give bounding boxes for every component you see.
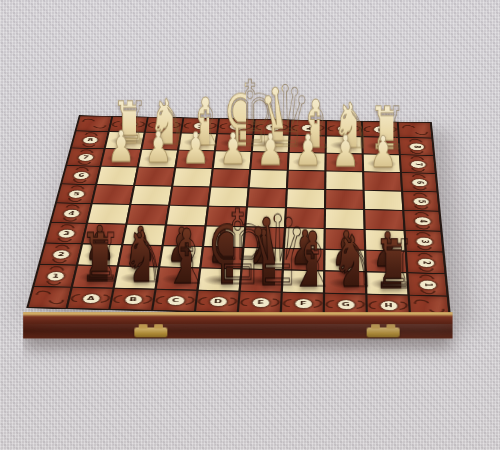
chess-board: ABCDEFGH8877665544332211ABCDEFGH♜♞♝♚♛♝♞♜… <box>26 115 451 318</box>
scroll-ornament <box>412 211 432 221</box>
coordinate-circle: E <box>251 297 270 308</box>
scroll-ornament <box>261 297 283 309</box>
scroll-ornament <box>417 284 439 296</box>
piece-white-pawn-f7: ♟ <box>294 129 319 172</box>
scroll-ornament <box>195 295 217 307</box>
rank-label-6-left: 6 <box>62 166 99 184</box>
scroll-ornament <box>63 203 83 213</box>
scroll-ornament <box>237 296 259 308</box>
piece-white-pawn-e7: ♟ <box>257 128 282 171</box>
scroll-ornament <box>49 254 69 265</box>
scroll-ornament <box>219 296 241 308</box>
square-f6 <box>288 171 325 189</box>
square-c5 <box>170 187 209 206</box>
coordinate-circle: 4 <box>62 209 81 218</box>
piece-white-pawn-b7: ♟ <box>145 126 170 169</box>
scroll-ornament <box>412 128 430 136</box>
coordinate-circle: F <box>294 298 313 309</box>
square-g5 <box>326 190 363 209</box>
coordinate-circle: F <box>300 124 316 132</box>
board-front-edge <box>23 312 452 338</box>
piece-black-king-d1: ♚ <box>205 196 233 299</box>
scroll-ornament <box>134 294 156 306</box>
coordinate-circle: D <box>208 296 228 307</box>
scroll-ornament <box>365 299 387 311</box>
rank-label-5-right: 5 <box>403 192 438 211</box>
scroll-ornament <box>58 223 78 233</box>
piece-black-queen-e1: ♛ <box>247 203 275 300</box>
file-label-e-near: E <box>239 292 281 313</box>
coordinate-circle: 3 <box>415 237 433 246</box>
rank-label-8-left: 8 <box>72 131 108 148</box>
square-g6 <box>326 172 362 190</box>
file-label-b-near: B <box>111 289 155 310</box>
scroll-ornament <box>322 298 344 310</box>
file-label-h-near: H <box>367 295 408 316</box>
rank-label-1-left: 1 <box>34 265 75 287</box>
scroll-ornament <box>60 213 80 223</box>
scroll-ornament <box>411 298 432 309</box>
scroll-ornament <box>91 293 113 305</box>
scroll-ornament <box>110 293 132 305</box>
square-a5 <box>93 185 133 204</box>
scroll-ornament <box>415 251 436 262</box>
coordinate-circle: 8 <box>408 143 425 151</box>
brass-hinge-left <box>135 327 168 337</box>
coordinate-circle: 6 <box>411 178 428 186</box>
scroll-ornament <box>416 262 437 273</box>
scroll-ornament <box>45 295 67 306</box>
coordinate-circle: G <box>337 125 353 133</box>
scroll-ornament <box>416 273 437 284</box>
border-corner-far-left <box>77 116 112 131</box>
coordinate-circle: 8 <box>82 136 100 144</box>
file-label-d-near: D <box>196 291 238 312</box>
piece-black-knight-b1: ♞ <box>121 222 149 293</box>
scroll-ornament <box>413 221 433 231</box>
scroll-ornament <box>304 298 326 310</box>
square-a6 <box>97 167 137 185</box>
rank-label-2-left: 2 <box>40 244 81 265</box>
coordinate-circle: 5 <box>412 197 430 206</box>
coordinate-circle: C <box>166 295 186 306</box>
coordinate-circle: 7 <box>77 153 95 161</box>
coordinate-circle: H <box>379 300 398 311</box>
piece-black-bishop-f1: ♝ <box>289 222 317 297</box>
square-e6 <box>250 170 287 188</box>
scroll-ornament <box>389 300 411 312</box>
scroll-ornament <box>55 233 75 244</box>
rank-label-7-right: 7 <box>401 155 435 173</box>
scroll-ornament <box>414 241 435 252</box>
rank-label-7-left: 7 <box>67 148 103 165</box>
scroll-ornament <box>280 297 302 309</box>
coordinate-circle: 4 <box>414 216 432 225</box>
scroll-ornament <box>346 299 368 311</box>
coordinate-circle: 2 <box>417 258 436 268</box>
square-h5 <box>365 191 403 210</box>
brass-hinge-right <box>367 327 400 337</box>
piece-black-bishop-c1: ♝ <box>163 219 191 294</box>
coordinate-circle: 5 <box>67 190 86 199</box>
coordinate-circle: A <box>81 293 102 303</box>
coordinate-circle: D <box>228 123 244 131</box>
scroll-ornament <box>413 231 433 241</box>
coordinate-circle: B <box>123 294 143 305</box>
square-h6 <box>364 172 401 190</box>
coordinate-circle: E <box>264 124 280 132</box>
file-label-f-near: F <box>282 293 323 314</box>
piece-black-rook-a1: ♜ <box>80 225 108 292</box>
coordinate-circle: 1 <box>418 280 437 290</box>
piece-white-pawn-a7: ♟ <box>108 125 133 168</box>
coordinate-circle: 2 <box>51 249 71 259</box>
piece-white-pawn-h7: ♟ <box>369 130 394 173</box>
scroll-ornament <box>176 295 198 307</box>
coordinate-circle: 6 <box>72 171 90 179</box>
piece-white-pawn-g7: ♟ <box>332 130 357 173</box>
rank-label-5-left: 5 <box>57 184 95 203</box>
square-c6 <box>173 168 211 186</box>
square-b6 <box>135 168 174 186</box>
piece-white-pawn-c7: ♟ <box>182 127 207 170</box>
border-corner-near-left <box>29 287 71 308</box>
product-photo-scene: ABCDEFGH8877665544332211ABCDEFGH♜♞♝♚♛♝♞♜… <box>0 0 500 450</box>
piece-white-pawn-d7: ♟ <box>219 127 244 170</box>
coordinate-circle: 1 <box>46 271 66 281</box>
scroll-ornament <box>426 304 447 315</box>
scroll-ornament <box>68 292 90 304</box>
coordinate-circle: 3 <box>57 229 77 238</box>
coordinate-circle: G <box>336 299 355 310</box>
scroll-ornament <box>152 294 174 306</box>
piece-black-rook-h1: ♜ <box>373 232 401 299</box>
scroll-ornament <box>43 276 64 287</box>
scroll-ornament <box>33 289 55 300</box>
file-label-c-near: C <box>153 290 196 311</box>
border-corner-near-right <box>410 296 449 317</box>
square-d6 <box>211 169 249 187</box>
coordinate-circle: 7 <box>410 160 427 168</box>
square-b5 <box>131 186 171 205</box>
rank-label-6-right: 6 <box>402 173 437 191</box>
file-label-a-near: A <box>68 288 112 309</box>
scroll-ornament <box>52 243 72 254</box>
piece-black-knight-g1: ♞ <box>331 227 359 298</box>
scroll-ornament <box>46 264 67 275</box>
